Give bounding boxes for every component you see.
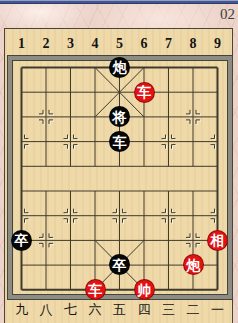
piece-black-chariot[interactable]: 车 [109,131,130,152]
board-intersection[interactable] [107,228,132,253]
board-intersection[interactable] [156,228,181,253]
board-intersection[interactable] [132,129,157,154]
board-intersection[interactable] [181,55,206,80]
board-intersection[interactable] [9,277,34,302]
board-intersection[interactable] [83,179,108,204]
piece-black-general[interactable]: 将 [109,106,130,127]
board-intersection[interactable]: 车 [132,80,157,105]
board-intersection[interactable] [83,154,108,179]
piece-red-general[interactable]: 帅 [134,279,155,300]
board-intersection[interactable] [205,253,230,278]
file-label-top: 7 [156,34,181,54]
board-intersection[interactable] [9,80,34,105]
board-intersection[interactable] [9,179,34,204]
app-window: 02 123456789 炮车将车卒相卒炮车帅 九八七六五四三二一 [0,0,238,323]
board-intersection[interactable] [58,105,83,130]
board-intersection[interactable] [58,203,83,228]
board-intersection[interactable] [58,228,83,253]
file-label-bottom: 八 [34,300,59,320]
board-intersection[interactable] [58,253,83,278]
board-intersection[interactable] [58,179,83,204]
file-label-top: 1 [9,34,34,54]
board-intersection[interactable]: 炮 [107,55,132,80]
file-label-top: 2 [34,34,59,54]
board-intersection[interactable] [156,55,181,80]
board-intersection[interactable]: 相 [205,228,230,253]
board-intersection[interactable] [107,154,132,179]
file-label-top: 3 [58,34,83,54]
board-intersection[interactable] [132,203,157,228]
file-label-top: 8 [181,34,206,54]
board-intersection[interactable] [83,129,108,154]
board-intersection[interactable] [181,277,206,302]
file-label-top: 6 [132,34,157,54]
board-intersection[interactable] [83,253,108,278]
board-intersection[interactable] [181,105,206,130]
file-label-top: 9 [205,34,230,54]
board-intersection[interactable] [9,253,34,278]
board-intersection[interactable] [156,179,181,204]
board-intersection[interactable] [132,154,157,179]
board-intersection[interactable]: 车 [83,277,108,302]
file-label-top: 4 [83,34,108,54]
board-intersection[interactable] [181,179,206,204]
board-intersection[interactable] [132,179,157,204]
board-intersection[interactable] [9,105,34,130]
board-intersection[interactable] [9,203,34,228]
board-intersection[interactable] [205,179,230,204]
board-intersection[interactable]: 卒 [9,228,34,253]
board-intersection[interactable] [34,105,59,130]
file-label-bottom: 五 [107,300,132,320]
board-intersection[interactable] [205,277,230,302]
board-intersection[interactable]: 将 [107,105,132,130]
board-intersection[interactable] [34,277,59,302]
board-intersection[interactable] [34,154,59,179]
board-intersection[interactable] [83,80,108,105]
board-intersection[interactable] [34,228,59,253]
board-intersection[interactable]: 车 [107,129,132,154]
board-intersection[interactable] [181,80,206,105]
piece-red-elephant[interactable]: 相 [207,230,228,251]
board-intersection[interactable] [156,105,181,130]
board-intersection[interactable]: 帅 [132,277,157,302]
piece-red-chariot[interactable]: 车 [134,82,155,103]
file-labels-bottom: 九八七六五四三二一 [9,300,230,320]
piece-black-soldier[interactable]: 卒 [11,230,32,251]
board-intersection[interactable] [156,203,181,228]
piece-red-cannon[interactable]: 炮 [183,254,204,275]
board-intersection[interactable] [205,203,230,228]
board-intersection[interactable] [156,277,181,302]
board-intersection[interactable] [181,154,206,179]
board-intersection[interactable] [132,228,157,253]
board-intersection[interactable] [83,228,108,253]
board-intersection[interactable] [83,105,108,130]
board-intersection[interactable] [107,277,132,302]
piece-black-cannon[interactable]: 炮 [109,57,130,78]
file-label-bottom: 一 [205,300,230,320]
file-label-bottom: 七 [58,300,83,320]
board-intersection[interactable] [132,55,157,80]
board-intersection[interactable] [58,129,83,154]
board-intersection[interactable] [58,55,83,80]
file-labels-top: 123456789 [9,34,230,54]
board-intersection[interactable] [132,253,157,278]
board-intersection[interactable] [34,55,59,80]
board-intersection[interactable] [34,80,59,105]
board-intersection[interactable] [132,105,157,130]
board-intersection[interactable] [181,228,206,253]
board-intersection[interactable] [34,253,59,278]
board-intersection[interactable] [156,253,181,278]
board-intersection[interactable] [156,129,181,154]
board-intersection[interactable] [107,203,132,228]
piece-black-soldier[interactable]: 卒 [109,254,130,275]
board-intersection[interactable] [107,80,132,105]
board-intersection[interactable] [156,80,181,105]
board-grid: 炮车将车卒相卒炮车帅 [9,55,230,302]
board-intersection[interactable] [181,203,206,228]
board-intersection[interactable] [58,277,83,302]
board-intersection[interactable] [34,129,59,154]
title-bar-edge [0,0,238,4]
file-label-bottom: 三 [156,300,181,320]
board-intersection[interactable] [156,154,181,179]
board-intersection[interactable] [34,179,59,204]
board-intersection[interactable]: 卒 [107,253,132,278]
board-intersection[interactable] [205,55,230,80]
puzzle-number: 02 [220,6,235,23]
piece-red-chariot[interactable]: 车 [85,279,106,300]
board-intersection[interactable] [83,203,108,228]
board-intersection[interactable] [9,154,34,179]
board-intersection[interactable] [9,129,34,154]
board-intersection[interactable] [205,154,230,179]
board-intersection[interactable] [58,80,83,105]
file-label-bottom: 六 [83,300,108,320]
file-label-bottom: 九 [9,300,34,320]
board-intersection[interactable] [205,80,230,105]
board-intersection[interactable]: 炮 [181,253,206,278]
file-label-bottom: 四 [132,300,157,320]
board-intersection[interactable] [205,129,230,154]
board-intersection[interactable] [83,55,108,80]
file-label-top: 5 [107,34,132,54]
board-intersection[interactable] [181,129,206,154]
board-intersection[interactable] [9,55,34,80]
board-intersection[interactable] [205,105,230,130]
board-intersection[interactable] [34,203,59,228]
file-label-bottom: 二 [181,300,206,320]
board-intersection[interactable] [58,154,83,179]
xiangqi-board: 123456789 炮车将车卒相卒炮车帅 九八七六五四三二一 [4,28,233,323]
board-intersection[interactable] [107,179,132,204]
